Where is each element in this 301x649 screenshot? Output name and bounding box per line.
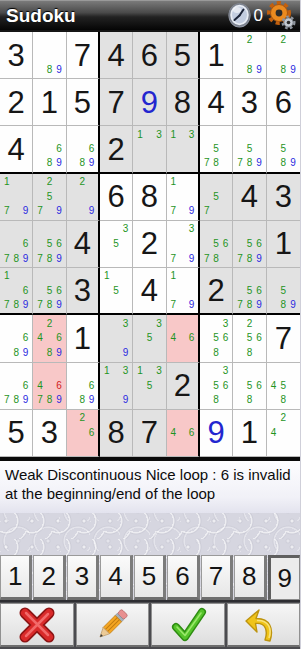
candidate-grid: 16789 <box>0 268 32 313</box>
candidate-7: 7 <box>169 251 178 266</box>
cell-r9c1[interactable]: 5 <box>0 410 33 457</box>
cell-r8c5[interactable]: 135 <box>133 363 166 410</box>
candidate-8: 8 <box>278 156 288 170</box>
candidate-3: 3 <box>154 127 163 141</box>
candidate-grid: 29 <box>67 174 98 220</box>
candidate-grid: 139 <box>100 363 132 409</box>
candidate-9: 9 <box>187 251 196 266</box>
candidate-9: 9 <box>54 393 63 408</box>
candidate-grid: 589 <box>267 126 300 171</box>
given-digit: 3 <box>74 275 91 306</box>
candidate-6: 6 <box>254 331 263 346</box>
candidate-9: 9 <box>254 156 263 170</box>
cell-r8c9[interactable]: 458 <box>267 363 300 410</box>
candidate-1: 1 <box>102 269 111 283</box>
candidate-2: 2 <box>245 316 254 331</box>
candidate-8: 8 <box>11 393 20 408</box>
candidate-9: 9 <box>288 62 298 77</box>
cell-r5c8[interactable]: 56789 <box>233 221 266 268</box>
candidate-grid: 578 <box>200 126 232 171</box>
given-digit: 1 <box>241 417 258 448</box>
candidate-grid: 689 <box>67 363 98 409</box>
candidate-9: 9 <box>87 393 96 408</box>
given-digit: 1 <box>275 228 292 259</box>
candidate-5: 5 <box>245 142 254 156</box>
cell-r3c8[interactable]: 5789 <box>233 126 266 173</box>
candidate-5: 5 <box>145 331 154 346</box>
candidate-grid: 46789 <box>33 363 65 409</box>
cell-r4c8[interactable]: 4 <box>233 174 266 221</box>
given-digit: 7 <box>141 417 158 448</box>
candidate-2: 2 <box>278 33 288 48</box>
candidate-9: 9 <box>187 298 196 312</box>
user-digit: 9 <box>141 87 158 118</box>
candidate-7: 7 <box>235 156 244 170</box>
cell-r5c9[interactable]: 1 <box>267 221 300 268</box>
candidate-8: 8 <box>78 156 87 170</box>
cell-r3c5[interactable]: 13 <box>133 126 166 173</box>
candidate-8: 8 <box>78 393 87 408</box>
candidate-7: 7 <box>235 251 244 266</box>
candidate-grid: 289 <box>233 32 265 78</box>
cell-r5c6[interactable]: 379 <box>167 221 200 268</box>
candidate-8: 8 <box>245 156 254 170</box>
candidate-grid: 89 <box>33 32 65 78</box>
given-digit: 6 <box>275 87 292 118</box>
candidate-grid: 6789 <box>0 363 32 409</box>
candidate-6: 6 <box>221 237 230 252</box>
cell-r3c6[interactable]: 13 <box>167 126 200 173</box>
candidate-9: 9 <box>121 346 130 361</box>
clock-icon <box>227 2 252 29</box>
candidate-6: 6 <box>87 426 96 441</box>
candidate-9: 9 <box>254 251 263 266</box>
candidate-8: 8 <box>45 393 54 408</box>
cell-r8c2[interactable]: 46789 <box>33 363 66 410</box>
candidate-5: 5 <box>145 378 154 393</box>
candidate-8: 8 <box>45 346 54 361</box>
candidate-grid: 379 <box>167 221 198 267</box>
cell-r2c3[interactable]: 5 <box>67 79 100 126</box>
candidate-1: 1 <box>2 269 11 283</box>
cell-r9c4[interactable]: 8 <box>100 410 133 457</box>
candidate-7: 7 <box>35 393 44 408</box>
candidate-7: 7 <box>169 298 178 312</box>
candidate-grid: 2579 <box>33 174 65 220</box>
candidate-5: 5 <box>245 378 254 393</box>
cell-r4c3[interactable]: 29 <box>67 174 100 221</box>
cell-r5c7[interactable]: 5678 <box>200 221 233 268</box>
cell-r8c1[interactable]: 6789 <box>0 363 33 410</box>
cell-r9c8[interactable]: 1 <box>233 410 266 457</box>
cell-r6c4[interactable]: 15 <box>100 268 133 315</box>
candidate-grid: 2568 <box>233 315 265 361</box>
hint-message: Weak Discontinuous Nice loop : 6 is inva… <box>0 461 300 513</box>
candidate-grid: 179 <box>167 268 198 313</box>
green-check-icon <box>166 605 210 645</box>
cell-r9c3[interactable]: 26 <box>67 410 100 457</box>
candidate-8: 8 <box>211 393 220 408</box>
candidate-1: 1 <box>169 269 178 283</box>
cell-r7c6[interactable]: 46 <box>167 315 200 362</box>
cell-r8c4[interactable]: 139 <box>100 363 133 410</box>
sudoku-board: 3897465128928921579843646896892131357857… <box>0 30 300 461</box>
candidate-9: 9 <box>21 298 30 312</box>
number-pad: 123456789 <box>0 555 300 602</box>
candidate-7: 7 <box>35 204 44 219</box>
candidate-1: 1 <box>135 364 144 379</box>
cell-r9c7[interactable]: 9 <box>200 410 233 457</box>
candidate-8: 8 <box>11 298 20 312</box>
cell-r2c4[interactable]: 7 <box>100 79 133 126</box>
given-digit: 8 <box>141 181 158 212</box>
candidate-6: 6 <box>221 378 230 393</box>
candidate-5: 5 <box>211 378 220 393</box>
numpad-key-8[interactable]: 8 <box>234 555 266 600</box>
candidate-grid: 13 <box>133 126 165 171</box>
candidate-1: 1 <box>2 175 11 190</box>
given-digit: 2 <box>141 228 158 259</box>
candidate-8: 8 <box>45 156 54 170</box>
pencil-button[interactable] <box>76 603 150 647</box>
candidate-6: 6 <box>54 284 63 298</box>
candidate-1: 1 <box>102 364 111 379</box>
cell-r9c2[interactable]: 3 <box>33 410 66 457</box>
candidate-grid: 24 <box>267 410 300 456</box>
candidate-5: 5 <box>278 378 288 393</box>
candidate-grid: 179 <box>167 174 198 220</box>
cell-r5c1[interactable]: 6789 <box>0 221 33 268</box>
cell-r1c7[interactable]: 1 <box>200 32 233 79</box>
candidate-7: 7 <box>2 251 11 266</box>
cell-r9c6[interactable]: 46 <box>167 410 200 457</box>
candidate-6: 6 <box>54 331 63 346</box>
candidate-8: 8 <box>278 62 288 77</box>
candidate-8: 8 <box>45 298 54 312</box>
cell-r5c3[interactable]: 4 <box>67 221 100 268</box>
cell-r3c4[interactable]: 2 <box>100 126 133 173</box>
cell-r2c9[interactable]: 6 <box>267 79 300 126</box>
cell-r6c7[interactable]: 2 <box>200 268 233 315</box>
title-bar: Sudoku 0 <box>0 0 300 30</box>
cell-r6c2[interactable]: 56789 <box>33 268 66 315</box>
candidate-9: 9 <box>288 156 298 170</box>
candidate-grid: 56789 <box>33 221 65 267</box>
candidate-9: 9 <box>121 393 130 408</box>
cell-r1c3[interactable]: 7 <box>67 32 100 79</box>
candidate-grid: 46 <box>167 410 198 456</box>
candidate-9: 9 <box>288 298 298 312</box>
candidate-2: 2 <box>78 411 87 426</box>
numpad-key-5[interactable]: 5 <box>134 555 166 600</box>
candidate-5: 5 <box>278 142 288 156</box>
cell-r7c8[interactable]: 2568 <box>233 315 266 362</box>
candidate-9: 9 <box>21 346 30 361</box>
wallpaper-spacer <box>0 513 300 555</box>
candidate-8: 8 <box>211 251 220 266</box>
cell-r3c2[interactable]: 689 <box>33 126 66 173</box>
red-x-icon <box>16 605 58 645</box>
cell-r1c4[interactable]: 4 <box>100 32 133 79</box>
cell-r7c7[interactable]: 3568 <box>200 315 233 362</box>
candidate-3: 3 <box>221 316 230 331</box>
candidate-6: 6 <box>54 237 63 252</box>
cell-r3c9[interactable]: 589 <box>267 126 300 173</box>
candidate-6: 6 <box>21 378 30 393</box>
candidate-3: 3 <box>121 316 130 331</box>
candidate-4: 4 <box>35 331 44 346</box>
candidate-6: 6 <box>254 378 263 393</box>
user-digit: 9 <box>208 417 225 448</box>
candidate-grid: 689 <box>33 126 65 171</box>
candidate-grid: 13 <box>167 126 198 171</box>
candidate-6: 6 <box>54 142 63 156</box>
candidate-grid: 56789 <box>233 268 265 313</box>
cell-r1c1[interactable]: 3 <box>0 32 33 79</box>
cell-r9c9[interactable]: 24 <box>267 410 300 457</box>
candidate-9: 9 <box>254 298 263 312</box>
numpad-key-2[interactable]: 2 <box>33 555 65 600</box>
candidate-1: 1 <box>169 127 178 141</box>
given-digit: 2 <box>174 370 191 401</box>
numpad-key-3[interactable]: 3 <box>67 555 99 600</box>
cell-r6c5[interactable]: 4 <box>133 268 166 315</box>
candidate-8: 8 <box>11 346 20 361</box>
candidate-7: 7 <box>202 204 211 219</box>
candidate-9: 9 <box>254 62 263 77</box>
candidate-5: 5 <box>111 284 120 298</box>
candidate-9: 9 <box>87 204 96 219</box>
candidate-grid: 5678 <box>200 221 232 267</box>
candidate-1: 1 <box>169 175 178 190</box>
cell-r4c6[interactable]: 179 <box>167 174 200 221</box>
cell-r2c7[interactable]: 4 <box>200 79 233 126</box>
candidate-6: 6 <box>21 284 30 298</box>
candidate-9: 9 <box>54 346 63 361</box>
cell-r6c3[interactable]: 3 <box>67 268 100 315</box>
candidate-9: 9 <box>21 393 30 408</box>
candidate-5: 5 <box>245 237 254 252</box>
candidate-3: 3 <box>121 364 130 379</box>
cell-r7c4[interactable]: 39 <box>100 315 133 362</box>
candidate-8: 8 <box>278 393 288 408</box>
candidate-3: 3 <box>154 316 163 331</box>
candidate-grid: 289 <box>267 32 300 78</box>
timer-value: 0 <box>254 6 263 26</box>
undo-button[interactable] <box>227 603 301 647</box>
candidate-7: 7 <box>2 298 11 312</box>
candidate-3: 3 <box>187 127 196 141</box>
given-digit: 5 <box>74 87 91 118</box>
candidate-5: 5 <box>45 284 54 298</box>
given-digit: 8 <box>174 87 191 118</box>
app-title: Sudoku <box>6 5 76 27</box>
cell-r8c8[interactable]: 568 <box>233 363 266 410</box>
cell-r7c2[interactable]: 24689 <box>33 315 66 362</box>
cell-r4c1[interactable]: 179 <box>0 174 33 221</box>
candidate-5: 5 <box>245 331 254 346</box>
candidate-6: 6 <box>87 142 96 156</box>
given-digit: 2 <box>208 275 225 306</box>
candidate-grid: 46 <box>167 315 198 361</box>
candidate-grid: 26 <box>67 410 98 456</box>
candidate-grid: 24689 <box>33 315 65 361</box>
numpad-key-6[interactable]: 6 <box>167 555 199 600</box>
candidate-8: 8 <box>278 298 288 312</box>
given-digit: 1 <box>41 87 58 118</box>
candidate-5: 5 <box>211 189 220 204</box>
candidate-8: 8 <box>245 251 254 266</box>
cell-r8c6[interactable]: 2 <box>167 363 200 410</box>
candidate-9: 9 <box>21 204 30 219</box>
cell-r8c3[interactable]: 689 <box>67 363 100 410</box>
candidate-3: 3 <box>121 222 130 237</box>
candidate-grid: 35 <box>100 221 132 267</box>
candidate-grid: 56789 <box>33 268 65 313</box>
toolbar <box>0 602 300 649</box>
candidate-7: 7 <box>235 298 244 312</box>
cell-r7c9[interactable]: 7 <box>267 315 300 362</box>
confirm-button[interactable] <box>151 603 225 647</box>
numpad-key-7[interactable]: 7 <box>201 555 233 600</box>
cell-r7c5[interactable]: 35 <box>133 315 166 362</box>
given-digit: 7 <box>275 323 292 354</box>
given-digit: 3 <box>241 87 258 118</box>
candidate-grid: 568 <box>233 363 265 409</box>
cell-r8c7[interactable]: 3568 <box>200 363 233 410</box>
cell-r3c1[interactable]: 4 <box>0 126 33 173</box>
given-digit: 1 <box>208 40 225 71</box>
cell-r7c3[interactable]: 1 <box>67 315 100 362</box>
given-digit: 5 <box>174 40 191 71</box>
numpad-key-1[interactable]: 1 <box>0 555 32 600</box>
candidate-5: 5 <box>45 189 54 204</box>
candidate-grid: 135 <box>133 363 165 409</box>
pencil-icon <box>92 605 132 645</box>
candidate-2: 2 <box>278 411 288 426</box>
given-digit: 8 <box>108 417 125 448</box>
candidate-5: 5 <box>45 237 54 252</box>
gear-icon[interactable] <box>266 1 296 30</box>
candidate-9: 9 <box>54 62 63 77</box>
cell-r6c6[interactable]: 179 <box>167 268 200 315</box>
cell-r7c1[interactable]: 689 <box>0 315 33 362</box>
cell-r6c9[interactable]: 589 <box>267 268 300 315</box>
candidate-4: 4 <box>35 378 44 393</box>
given-digit: 1 <box>74 323 91 354</box>
cell-r9c5[interactable]: 7 <box>133 410 166 457</box>
candidate-3: 3 <box>221 364 230 379</box>
candidate-7: 7 <box>35 298 44 312</box>
candidate-6: 6 <box>87 378 96 393</box>
candidate-7: 7 <box>202 156 211 170</box>
lower-panel: Weak Discontinuous Nice loop : 6 is inva… <box>0 461 300 649</box>
candidate-grid: 56789 <box>233 221 265 267</box>
candidate-3: 3 <box>187 222 196 237</box>
candidate-grid: 689 <box>0 315 32 361</box>
cell-r4c4[interactable]: 6 <box>100 174 133 221</box>
given-digit: 2 <box>8 87 25 118</box>
cell-r4c7[interactable]: 57 <box>200 174 233 221</box>
candidate-6: 6 <box>54 378 63 393</box>
candidate-4: 4 <box>169 426 178 441</box>
candidate-8: 8 <box>45 62 54 77</box>
cell-r6c1[interactable]: 16789 <box>0 268 33 315</box>
cell-r3c3[interactable]: 689 <box>67 126 100 173</box>
given-digit: 5 <box>8 417 25 448</box>
cell-r5c2[interactable]: 56789 <box>33 221 66 268</box>
candidate-grid: 57 <box>200 174 232 220</box>
numpad-key-9[interactable]: 9 <box>268 555 300 600</box>
candidate-9: 9 <box>187 204 196 219</box>
candidate-5: 5 <box>211 142 220 156</box>
candidate-2: 2 <box>78 175 87 190</box>
cell-r1c8[interactable]: 289 <box>233 32 266 79</box>
candidate-6: 6 <box>187 426 196 441</box>
cell-r2c1[interactable]: 2 <box>0 79 33 126</box>
candidate-1: 1 <box>135 127 144 141</box>
cell-r2c2[interactable]: 1 <box>33 79 66 126</box>
candidate-6: 6 <box>21 237 30 252</box>
cell-r4c5[interactable]: 8 <box>133 174 166 221</box>
cell-r1c9[interactable]: 289 <box>267 32 300 79</box>
given-digit: 4 <box>241 181 258 212</box>
candidate-grid: 5789 <box>233 126 265 171</box>
candidate-grid: 15 <box>100 268 132 313</box>
given-digit: 4 <box>141 275 158 306</box>
candidate-8: 8 <box>45 251 54 266</box>
candidate-6: 6 <box>187 331 196 346</box>
cell-r3c7[interactable]: 578 <box>200 126 233 173</box>
candidate-2: 2 <box>45 316 54 331</box>
candidate-3: 3 <box>154 364 163 379</box>
candidate-8: 8 <box>11 251 20 266</box>
candidate-8: 8 <box>245 346 254 361</box>
cell-r2c6[interactable]: 8 <box>167 79 200 126</box>
cell-r2c5[interactable]: 9 <box>133 79 166 126</box>
cell-r5c5[interactable]: 2 <box>133 221 166 268</box>
cell-r4c2[interactable]: 2579 <box>33 174 66 221</box>
numpad-key-4[interactable]: 4 <box>100 555 132 600</box>
candidate-7: 7 <box>2 204 11 219</box>
candidate-4: 4 <box>269 426 279 441</box>
cell-r1c2[interactable]: 89 <box>33 32 66 79</box>
cell-r1c5[interactable]: 6 <box>133 32 166 79</box>
candidate-5: 5 <box>211 237 220 252</box>
cell-r2c8[interactable]: 3 <box>233 79 266 126</box>
candidate-2: 2 <box>245 33 254 48</box>
candidate-9: 9 <box>54 204 63 219</box>
given-digit: 2 <box>108 134 125 165</box>
given-digit: 4 <box>208 87 225 118</box>
candidate-4: 4 <box>169 331 178 346</box>
candidate-5: 5 <box>211 331 220 346</box>
candidate-7: 7 <box>169 204 178 219</box>
candidate-8: 8 <box>245 393 254 408</box>
candidate-5: 5 <box>111 237 120 252</box>
cell-r1c6[interactable]: 5 <box>167 32 200 79</box>
candidate-4: 4 <box>269 378 279 393</box>
delete-button[interactable] <box>0 603 74 647</box>
candidate-2: 2 <box>45 175 54 190</box>
cell-r5c4[interactable]: 35 <box>100 221 133 268</box>
candidate-grid: 35 <box>133 315 165 361</box>
cell-r6c8[interactable]: 56789 <box>233 268 266 315</box>
cell-r4c9[interactable]: 3 <box>267 174 300 221</box>
candidate-8: 8 <box>245 298 254 312</box>
given-digit: 7 <box>108 87 125 118</box>
candidate-6: 6 <box>254 237 263 252</box>
